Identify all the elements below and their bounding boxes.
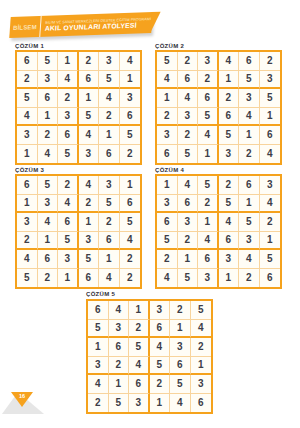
sudoku-cell: 1 (239, 195, 260, 214)
sudoku-cell: 5 (178, 145, 199, 164)
sudoku-cell: 2 (58, 176, 79, 195)
puzzle-label-cozum-4: ÇÖZÜM 4 (155, 167, 184, 173)
sudoku-cell: 3 (38, 195, 59, 214)
sudoku-cell: 4 (198, 126, 219, 145)
sudoku-cell: 3 (239, 89, 260, 108)
sudoku-cell: 4 (88, 375, 109, 394)
sudoku-cell: 6 (260, 126, 281, 145)
sudoku-cell: 4 (38, 213, 59, 232)
sudoku-cell: 1 (109, 375, 130, 394)
sudoku-cell: 4 (260, 195, 281, 214)
sudoku-cell: 5 (239, 71, 260, 90)
sudoku-cell: 5 (17, 269, 38, 288)
sudoku-cell: 5 (219, 126, 240, 145)
sudoku-grid-3: 652431134256346125215364463512521642 (15, 174, 142, 289)
sudoku-cell: 6 (157, 213, 178, 232)
sudoku-cell: 4 (219, 213, 240, 232)
sudoku-cell: 5 (191, 301, 212, 320)
sudoku-cell: 6 (219, 108, 240, 127)
sudoku-cell: 5 (129, 338, 150, 357)
sudoku-cell: 6 (99, 232, 120, 251)
sudoku-cell: 1 (58, 269, 79, 288)
sudoku-cell: 4 (79, 126, 100, 145)
sudoku-cell: 5 (219, 195, 240, 214)
sudoku-cell: 3 (58, 250, 79, 269)
sudoku-cell: 4 (38, 145, 59, 164)
sudoku-grid-2: 523462462153146235235641324516651324 (155, 50, 282, 165)
sudoku-cell: 6 (219, 232, 240, 251)
sudoku-cell: 5 (170, 375, 191, 394)
sudoku-cell: 1 (17, 195, 38, 214)
sudoku-cell: 3 (17, 126, 38, 145)
sudoku-cell: 2 (239, 145, 260, 164)
sudoku-cell: 6 (17, 52, 38, 71)
sudoku-cell: 2 (191, 338, 212, 357)
sudoku-cell: 2 (260, 52, 281, 71)
sudoku-cell: 2 (219, 176, 240, 195)
sudoku-cell: 4 (99, 269, 120, 288)
sudoku-cell: 4 (239, 250, 260, 269)
sudoku-cell: 2 (178, 232, 199, 251)
sudoku-cell: 3 (79, 232, 100, 251)
sudoku-cell: 6 (198, 250, 219, 269)
sudoku-cell: 4 (17, 108, 38, 127)
sudoku-cell: 2 (150, 375, 171, 394)
sudoku-cell: 4 (157, 269, 178, 288)
sudoku-grid-5: 641325532614165432324561416253253146 (86, 299, 213, 414)
sudoku-cell: 4 (58, 195, 79, 214)
sudoku-cell: 1 (260, 232, 281, 251)
sudoku-cell: 2 (79, 195, 100, 214)
sudoku-cell: 2 (99, 213, 120, 232)
sudoku-cell: 6 (191, 394, 212, 413)
sudoku-grid-4: 145263362514631452524631216345453126 (155, 174, 282, 289)
sudoku-cell: 1 (191, 357, 212, 376)
puzzle-label-cozum-5: ÇÖZÜM 5 (86, 291, 115, 297)
sudoku-cell: 5 (88, 320, 109, 339)
header-text: BİLİM VE SANAT MERKEZLERİ DESTEK EĞİTİM … (41, 17, 153, 33)
page-number: 16 (11, 393, 33, 399)
sudoku-cell: 5 (198, 108, 219, 127)
sudoku-cell: 4 (79, 176, 100, 195)
sudoku-cell: 3 (38, 71, 59, 90)
sudoku-cell: 3 (260, 176, 281, 195)
sudoku-cell: 6 (129, 375, 150, 394)
sudoku-cell: 3 (178, 108, 199, 127)
sudoku-cell: 2 (157, 108, 178, 127)
sudoku-cell: 2 (120, 145, 141, 164)
sudoku-cell: 2 (79, 52, 100, 71)
sudoku-cell: 2 (17, 232, 38, 251)
sudoku-cell: 2 (198, 71, 219, 90)
sudoku-cell: 1 (129, 301, 150, 320)
sudoku-cell: 4 (178, 89, 199, 108)
sudoku-cell: 5 (38, 52, 59, 71)
sudoku-cell: 5 (260, 89, 281, 108)
sudoku-cell: 2 (120, 269, 141, 288)
sudoku-grid-1: 651234234651562143413526326415145362 (15, 50, 142, 165)
sudoku-cell: 2 (88, 394, 109, 413)
sudoku-cell: 4 (120, 52, 141, 71)
sudoku-cell: 6 (120, 195, 141, 214)
sudoku-cell: 5 (239, 213, 260, 232)
sudoku-cell: 6 (157, 145, 178, 164)
sudoku-cell: 1 (170, 320, 191, 339)
sudoku-cell: 5 (17, 89, 38, 108)
sudoku-cell: 6 (38, 250, 59, 269)
sudoku-cell: 2 (38, 126, 59, 145)
sudoku-cell: 3 (79, 145, 100, 164)
sudoku-cell: 6 (239, 176, 260, 195)
sudoku-cell: 4 (198, 232, 219, 251)
sudoku-cell: 5 (120, 213, 141, 232)
sudoku-cell: 6 (260, 269, 281, 288)
sudoku-cell: 5 (198, 176, 219, 195)
sudoku-cell: 1 (79, 213, 100, 232)
sudoku-cell: 2 (198, 195, 219, 214)
sudoku-cell: 6 (109, 338, 130, 357)
sudoku-cell: 6 (88, 301, 109, 320)
sudoku-cell: 2 (109, 357, 130, 376)
sudoku-cell: 5 (58, 145, 79, 164)
sudoku-cell: 1 (219, 71, 240, 90)
puzzle-label-cozum-3: ÇÖZÜM 3 (15, 167, 44, 173)
sudoku-cell: 4 (129, 357, 150, 376)
sudoku-cell: 1 (120, 176, 141, 195)
sudoku-cell: 5 (260, 250, 281, 269)
sudoku-cell: 3 (88, 357, 109, 376)
sudoku-cell: 6 (17, 176, 38, 195)
sudoku-cell: 6 (198, 89, 219, 108)
sudoku-cell: 1 (219, 269, 240, 288)
sudoku-cell: 4 (109, 301, 130, 320)
sudoku-cell: 5 (79, 108, 100, 127)
sudoku-cell: 3 (58, 108, 79, 127)
sudoku-cell: 2 (178, 126, 199, 145)
sudoku-cell: 6 (178, 71, 199, 90)
sudoku-cell: 1 (99, 250, 120, 269)
sudoku-cell: 1 (88, 338, 109, 357)
sudoku-cell: 4 (150, 338, 171, 357)
puzzle-label-cozum-2: ÇÖZÜM 2 (155, 43, 184, 49)
sudoku-cell: 1 (157, 89, 178, 108)
sudoku-cell: 6 (178, 195, 199, 214)
sudoku-cell: 6 (99, 145, 120, 164)
sudoku-cell: 3 (191, 375, 212, 394)
sudoku-cell: 2 (170, 301, 191, 320)
sudoku-cell: 1 (99, 126, 120, 145)
sudoku-cell: 2 (178, 52, 199, 71)
sudoku-cell: 6 (38, 89, 59, 108)
sudoku-cell: 5 (109, 394, 130, 413)
sudoku-cell: 3 (17, 213, 38, 232)
sudoku-cell: 3 (239, 232, 260, 251)
sudoku-cell: 1 (38, 232, 59, 251)
sudoku-cell: 4 (120, 232, 141, 251)
sudoku-cell: 3 (178, 213, 199, 232)
sudoku-cell: 3 (198, 269, 219, 288)
sudoku-cell: 3 (157, 126, 178, 145)
sudoku-cell: 5 (150, 357, 171, 376)
sudoku-cell: 6 (58, 126, 79, 145)
sudoku-cell: 5 (58, 232, 79, 251)
sudoku-cell: 3 (260, 71, 281, 90)
sudoku-cell: 4 (17, 250, 38, 269)
sudoku-cell: 4 (260, 145, 281, 164)
sudoku-cell: 5 (157, 232, 178, 251)
sudoku-cell: 3 (219, 250, 240, 269)
sudoku-cell: 3 (150, 301, 171, 320)
sudoku-cell: 1 (150, 394, 171, 413)
sudoku-cell: 4 (99, 89, 120, 108)
sudoku-cell: 5 (120, 126, 141, 145)
sudoku-cell: 4 (58, 71, 79, 90)
sudoku-cell: 4 (239, 108, 260, 127)
solutions-page: BİLSEM BİLİM VE SANAT MERKEZLERİ DESTEK … (0, 0, 300, 428)
sudoku-cell: 2 (260, 213, 281, 232)
sudoku-cell: 5 (99, 71, 120, 90)
sudoku-cell: 3 (198, 52, 219, 71)
sudoku-cell: 3 (219, 145, 240, 164)
sudoku-cell: 6 (79, 269, 100, 288)
sudoku-cell: 1 (17, 145, 38, 164)
sudoku-cell: 2 (99, 108, 120, 127)
sudoku-cell: 2 (120, 250, 141, 269)
sudoku-cell: 4 (157, 71, 178, 90)
sudoku-cell: 3 (109, 320, 130, 339)
header-ribbon: BİLSEM BİLİM VE SANAT MERKEZLERİ DESTEK … (9, 12, 152, 38)
sudoku-cell: 6 (150, 320, 171, 339)
sudoku-cell: 5 (157, 52, 178, 71)
sudoku-cell: 6 (79, 71, 100, 90)
sudoku-cell: 6 (120, 108, 141, 127)
sudoku-cell: 1 (38, 108, 59, 127)
sudoku-cell: 6 (170, 357, 191, 376)
sudoku-cell: 5 (178, 269, 199, 288)
sudoku-cell: 1 (178, 250, 199, 269)
sudoku-cell: 1 (260, 108, 281, 127)
sudoku-cell: 6 (58, 213, 79, 232)
sudoku-cell: 2 (38, 269, 59, 288)
sudoku-cell: 2 (58, 89, 79, 108)
sudoku-cell: 1 (157, 176, 178, 195)
sudoku-cell: 4 (178, 176, 199, 195)
sudoku-cell: 5 (99, 195, 120, 214)
sudoku-cell: 1 (120, 71, 141, 90)
sudoku-cell: 2 (157, 250, 178, 269)
sudoku-cell: 1 (198, 145, 219, 164)
sudoku-cell: 3 (99, 176, 120, 195)
sudoku-cell: 1 (198, 213, 219, 232)
sudoku-cell: 3 (157, 195, 178, 214)
sudoku-cell: 2 (17, 71, 38, 90)
sudoku-cell: 2 (239, 269, 260, 288)
sudoku-cell: 6 (239, 52, 260, 71)
sudoku-cell: 3 (120, 89, 141, 108)
sudoku-cell: 5 (79, 250, 100, 269)
sudoku-cell: 1 (58, 52, 79, 71)
sudoku-cell: 3 (170, 338, 191, 357)
puzzle-label-cozum-1: ÇÖZÜM 1 (15, 43, 44, 49)
sudoku-cell: 1 (79, 89, 100, 108)
sudoku-cell: 2 (129, 320, 150, 339)
bilsem-logo: BİLSEM (9, 16, 41, 38)
sudoku-cell: 2 (219, 89, 240, 108)
sudoku-cell: 4 (219, 52, 240, 71)
sudoku-cell: 5 (38, 176, 59, 195)
sudoku-cell: 4 (170, 394, 191, 413)
sudoku-cell: 3 (129, 394, 150, 413)
sudoku-cell: 3 (99, 52, 120, 71)
sudoku-cell: 4 (191, 320, 212, 339)
sudoku-cell: 1 (239, 126, 260, 145)
